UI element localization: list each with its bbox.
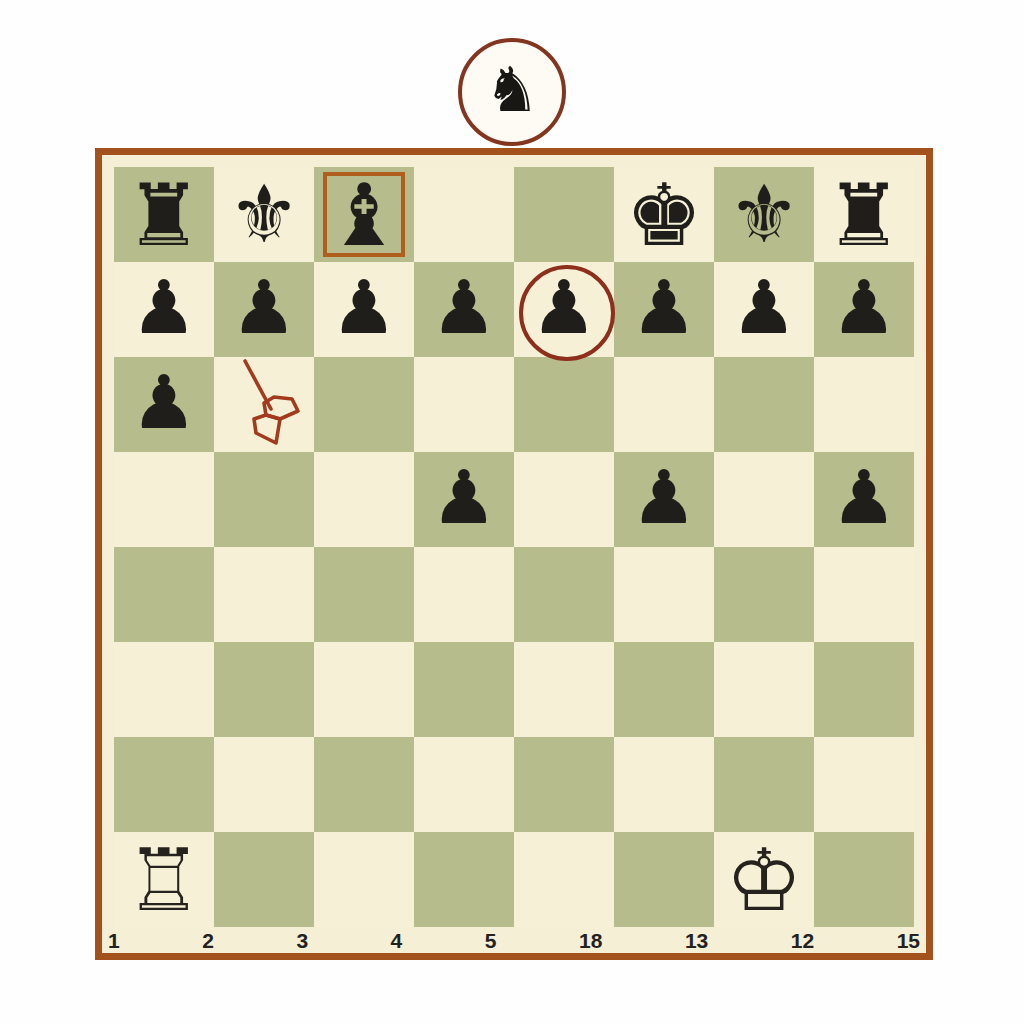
square-e3 [514, 642, 614, 737]
square-c3 [314, 642, 414, 737]
black-pawn-d5: ♟ [431, 460, 497, 534]
board-label-8: 12 [791, 930, 814, 951]
white-king-g1: ♔ [725, 837, 802, 923]
square-c5 [314, 452, 414, 547]
black-pawn-d7: ♟ [431, 270, 497, 344]
black-bishop-c8: ♝ [325, 172, 402, 258]
board-label-5: 5 [485, 930, 497, 951]
square-a8: ♜ [114, 167, 214, 262]
black-pawn-c7: ♟ [331, 270, 397, 344]
square-f4 [614, 547, 714, 642]
square-a6: ♟ [114, 357, 214, 452]
board-label-9: 15 [897, 930, 920, 951]
square-h7: ♟ [814, 262, 914, 357]
square-f6 [614, 357, 714, 452]
square-a7: ♟ [114, 262, 214, 357]
black-pawn-f7: ♟ [631, 270, 697, 344]
black-king-f8: ♚ [625, 172, 702, 258]
knight-icon: ♞ [484, 59, 540, 121]
black-pawn-g7: ♟ [731, 270, 797, 344]
black-rook-a8: ♜ [125, 172, 202, 258]
square-f8: ♚ [614, 167, 714, 262]
square-a2 [114, 737, 214, 832]
square-e2 [514, 737, 614, 832]
board-label-3: 3 [296, 930, 308, 951]
square-e7: ♟ [514, 262, 614, 357]
square-g4 [714, 547, 814, 642]
square-h2 [814, 737, 914, 832]
square-b6 [214, 357, 314, 452]
square-d5: ♟ [414, 452, 514, 547]
square-b3 [214, 642, 314, 737]
white-rook-a1: ♖ [125, 837, 202, 923]
square-d4 [414, 547, 514, 642]
square-d6 [414, 357, 514, 452]
square-h8: ♜ [814, 167, 914, 262]
square-d8 [414, 167, 514, 262]
square-c6 [314, 357, 414, 452]
square-e1 [514, 832, 614, 927]
square-c8: ♝ [314, 167, 414, 262]
square-c2 [314, 737, 414, 832]
square-h3 [814, 642, 914, 737]
black-pawn-e7: ♟ [531, 270, 597, 344]
square-c7: ♟ [314, 262, 414, 357]
black-pawn-a7: ♟ [131, 270, 197, 344]
black-ornate-bishop-g8: ⚜ [728, 175, 800, 255]
black-ornate-knight-b8: ⚜ [228, 175, 300, 255]
square-e4 [514, 547, 614, 642]
square-g8: ⚜ [714, 167, 814, 262]
square-e5 [514, 452, 614, 547]
square-f5: ♟ [614, 452, 714, 547]
square-a5 [114, 452, 214, 547]
square-e6 [514, 357, 614, 452]
square-g2 [714, 737, 814, 832]
square-f7: ♟ [614, 262, 714, 357]
black-rook-h8: ♜ [825, 172, 902, 258]
square-g1: ♔ [714, 832, 814, 927]
square-g5 [714, 452, 814, 547]
square-c1 [314, 832, 414, 927]
board-label-4: 4 [391, 930, 403, 951]
board-label-7: 13 [685, 930, 708, 951]
black-pawn-a6: ♟ [131, 365, 197, 439]
square-f3 [614, 642, 714, 737]
chess-board: ♜⚜♝♚⚜♜♟♟♟♟♟♟♟♟♟♟♟♟♖♔ 1234518131215 [95, 148, 933, 960]
square-b5 [214, 452, 314, 547]
square-h4 [814, 547, 914, 642]
square-g3 [714, 642, 814, 737]
square-a4 [114, 547, 214, 642]
black-pawn-f5: ♟ [631, 460, 697, 534]
square-d3 [414, 642, 514, 737]
square-d7: ♟ [414, 262, 514, 357]
square-b2 [214, 737, 314, 832]
circled-knight-badge: ♞ [458, 38, 566, 146]
square-e8 [514, 167, 614, 262]
black-pawn-b7: ♟ [231, 270, 297, 344]
board-label-2: 2 [202, 930, 214, 951]
square-b8: ⚜ [214, 167, 314, 262]
bottom-labels: 1234518131215 [108, 927, 920, 951]
square-d1 [414, 832, 514, 927]
square-a1: ♖ [114, 832, 214, 927]
board-grid: ♜⚜♝♚⚜♜♟♟♟♟♟♟♟♟♟♟♟♟♖♔ [114, 167, 914, 927]
square-a3 [114, 642, 214, 737]
board-label-1: 1 [108, 930, 120, 951]
square-d2 [414, 737, 514, 832]
square-b4 [214, 547, 314, 642]
board-label-6: 18 [579, 930, 602, 951]
black-pawn-h7: ♟ [831, 270, 897, 344]
square-g7: ♟ [714, 262, 814, 357]
black-pawn-h5: ♟ [831, 460, 897, 534]
square-b1 [214, 832, 314, 927]
square-b7: ♟ [214, 262, 314, 357]
square-h1 [814, 832, 914, 927]
square-h6 [814, 357, 914, 452]
square-f2 [614, 737, 714, 832]
hand-drawn-arrow-icon [214, 357, 314, 452]
square-h5: ♟ [814, 452, 914, 547]
square-c4 [314, 547, 414, 642]
square-f1 [614, 832, 714, 927]
square-g6 [714, 357, 814, 452]
